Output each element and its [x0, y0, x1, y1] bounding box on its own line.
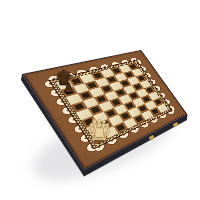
piece-black-pawn-a7[interactable]: ♟ [62, 81, 75, 94]
chess-set-product-photo[interactable]: ♜♞♝♛♚♝♞♜♟♟♟♟♟♟♟♟♟♟♟♟♟♟♟♟♜♞♝♛♚♝♞♜ [0, 0, 200, 200]
piece-white-rook-a1[interactable]: ♜ [89, 123, 110, 144]
